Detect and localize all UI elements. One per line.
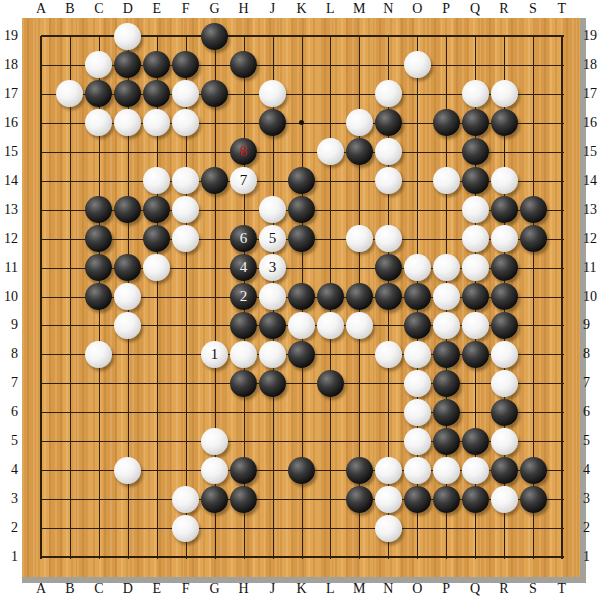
stone-P11	[433, 254, 460, 281]
stone-M10	[346, 283, 373, 310]
stone-O7	[404, 370, 431, 397]
row-label-19-left: 19	[0, 28, 18, 44]
stone-G3	[201, 486, 228, 513]
row-label-13-left: 13	[0, 202, 18, 218]
col-label-D-bottom: D	[118, 581, 138, 597]
grid-line-vertical	[70, 36, 71, 559]
col-label-D-top: D	[118, 1, 138, 17]
stone-F2	[172, 515, 199, 542]
stone-O9	[404, 312, 431, 339]
stone-K4	[288, 457, 315, 484]
stone-P8	[433, 341, 460, 368]
col-label-B-top: B	[60, 1, 80, 17]
stone-D4	[114, 457, 141, 484]
col-label-Q-bottom: Q	[465, 581, 485, 597]
stone-P9	[433, 312, 460, 339]
stone-Q9	[462, 312, 489, 339]
stone-Q8	[462, 341, 489, 368]
col-label-H-bottom: H	[234, 581, 254, 597]
stone-Q3	[462, 486, 489, 513]
stone-N3	[375, 486, 402, 513]
stone-K12	[288, 225, 315, 252]
row-label-3-right: 3	[583, 491, 601, 507]
stone-O18	[404, 51, 431, 78]
stone-J7	[259, 370, 286, 397]
stone-D13	[114, 196, 141, 223]
stone-D10	[114, 283, 141, 310]
row-label-10-left: 10	[0, 289, 18, 305]
col-label-M-bottom: M	[349, 581, 369, 597]
stone-E17	[143, 80, 170, 107]
stone-K10	[288, 283, 315, 310]
row-label-7-right: 7	[583, 375, 601, 391]
stone-S4	[520, 457, 547, 484]
stone-J17	[259, 80, 286, 107]
move-number-4: 4	[240, 260, 248, 275]
col-label-B-bottom: B	[60, 581, 80, 597]
col-label-G-top: G	[205, 1, 225, 17]
stone-O4	[404, 457, 431, 484]
row-label-1-right: 1	[583, 549, 601, 565]
row-label-12-left: 12	[0, 231, 18, 247]
col-label-F-bottom: F	[176, 581, 196, 597]
stone-N11	[375, 254, 402, 281]
col-label-J-top: J	[263, 1, 283, 17]
grid-line-vertical	[40, 36, 42, 559]
col-label-A-bottom: A	[31, 581, 51, 597]
stone-M9	[346, 312, 373, 339]
stone-N17	[375, 80, 402, 107]
col-label-H-top: H	[234, 1, 254, 17]
move-number-5: 5	[269, 231, 277, 246]
row-label-5-left: 5	[0, 433, 18, 449]
stone-C17	[85, 80, 112, 107]
stone-R17	[491, 80, 518, 107]
row-label-11-right: 11	[583, 260, 601, 276]
stone-Q17	[462, 80, 489, 107]
row-label-3-left: 3	[0, 491, 18, 507]
stone-C18	[85, 51, 112, 78]
col-label-E-bottom: E	[147, 581, 167, 597]
stone-M4	[346, 457, 373, 484]
stone-E13	[143, 196, 170, 223]
stone-M15	[346, 138, 373, 165]
stone-R12	[491, 225, 518, 252]
col-label-Q-top: Q	[465, 1, 485, 17]
stone-C13	[85, 196, 112, 223]
stone-R3	[491, 486, 518, 513]
stone-C10	[85, 283, 112, 310]
stone-G5	[201, 428, 228, 455]
row-label-9-left: 9	[0, 317, 18, 333]
stone-D16	[114, 109, 141, 136]
stone-N14	[375, 167, 402, 194]
stone-D11	[114, 254, 141, 281]
stone-N16	[375, 109, 402, 136]
stone-H3	[230, 486, 257, 513]
row-label-19-right: 19	[583, 28, 601, 44]
stone-J13	[259, 196, 286, 223]
row-label-6-left: 6	[0, 404, 18, 420]
col-label-R-top: R	[494, 1, 514, 17]
stone-M3	[346, 486, 373, 513]
stone-S12	[520, 225, 547, 252]
stone-H8	[230, 341, 257, 368]
stone-S13	[520, 196, 547, 223]
stone-M16	[346, 109, 373, 136]
move-number-7: 7	[240, 173, 248, 188]
col-label-O-top: O	[407, 1, 427, 17]
stone-P4	[433, 457, 460, 484]
col-label-K-top: K	[292, 1, 312, 17]
row-label-9-right: 9	[583, 317, 601, 333]
stone-R14	[491, 167, 518, 194]
stone-N4	[375, 457, 402, 484]
col-label-L-top: L	[320, 1, 340, 17]
stone-R11	[491, 254, 518, 281]
stone-F17	[172, 80, 199, 107]
move-number-1: 1	[211, 347, 219, 362]
grid-line-vertical	[561, 36, 563, 559]
stone-C11	[85, 254, 112, 281]
move-number-3: 3	[269, 260, 277, 275]
move-number-6: 6	[240, 231, 248, 246]
stone-N12	[375, 225, 402, 252]
row-label-15-left: 15	[0, 144, 18, 160]
stone-J10	[259, 283, 286, 310]
col-label-F-top: F	[176, 1, 196, 17]
stone-Q11	[462, 254, 489, 281]
go-game-diagram: 87654321 AABBCCDDEEFFGGHHJJKKLLMMNNOOPPQ…	[0, 0, 601, 599]
stone-H12: 6	[230, 225, 257, 252]
col-label-R-bottom: R	[494, 581, 514, 597]
row-label-18-left: 18	[0, 57, 18, 73]
stone-G4	[201, 457, 228, 484]
stone-H11: 4	[230, 254, 257, 281]
stone-O10	[404, 283, 431, 310]
col-label-N-top: N	[378, 1, 398, 17]
stone-Q15	[462, 138, 489, 165]
stone-D17	[114, 80, 141, 107]
col-label-G-bottom: G	[205, 581, 225, 597]
row-label-4-right: 4	[583, 462, 601, 478]
stone-K8	[288, 341, 315, 368]
stone-L9	[317, 312, 344, 339]
stone-L10	[317, 283, 344, 310]
stone-O3	[404, 486, 431, 513]
stone-J11: 3	[259, 254, 286, 281]
stone-B17	[56, 80, 83, 107]
stone-R6	[491, 399, 518, 426]
stone-Q10	[462, 283, 489, 310]
col-label-E-top: E	[147, 1, 167, 17]
col-label-C-top: C	[89, 1, 109, 17]
stone-R7	[491, 370, 518, 397]
stone-P7	[433, 370, 460, 397]
stone-H18	[230, 51, 257, 78]
stone-R16	[491, 109, 518, 136]
col-label-P-bottom: P	[436, 581, 456, 597]
row-label-5-right: 5	[583, 433, 601, 449]
row-label-2-left: 2	[0, 520, 18, 536]
stone-P10	[433, 283, 460, 310]
row-label-14-right: 14	[583, 173, 601, 189]
stone-O8	[404, 341, 431, 368]
stone-K14	[288, 167, 315, 194]
stone-R13	[491, 196, 518, 223]
stone-O5	[404, 428, 431, 455]
row-label-16-left: 16	[0, 115, 18, 131]
row-label-13-right: 13	[583, 202, 601, 218]
row-label-10-right: 10	[583, 289, 601, 305]
col-label-A-top: A	[31, 1, 51, 17]
col-label-O-bottom: O	[407, 581, 427, 597]
stone-G14	[201, 167, 228, 194]
stone-C8	[85, 341, 112, 368]
col-label-J-bottom: J	[263, 581, 283, 597]
stone-K13	[288, 196, 315, 223]
stone-O6	[404, 399, 431, 426]
stone-N2	[375, 515, 402, 542]
row-label-17-left: 17	[0, 86, 18, 102]
stone-G17	[201, 80, 228, 107]
row-label-17-right: 17	[583, 86, 601, 102]
stone-Q5	[462, 428, 489, 455]
row-label-8-right: 8	[583, 346, 601, 362]
stone-R8	[491, 341, 518, 368]
stone-G8: 1	[201, 341, 228, 368]
stone-D9	[114, 312, 141, 339]
col-label-S-bottom: S	[523, 581, 543, 597]
stone-E16	[143, 109, 170, 136]
stone-H9	[230, 312, 257, 339]
col-label-T-top: T	[552, 1, 572, 17]
row-label-15-right: 15	[583, 144, 601, 160]
stone-R9	[491, 312, 518, 339]
row-label-7-left: 7	[0, 375, 18, 391]
stone-Q12	[462, 225, 489, 252]
stone-K9	[288, 312, 315, 339]
stone-E11	[143, 254, 170, 281]
stone-F13	[172, 196, 199, 223]
row-label-12-right: 12	[583, 231, 601, 247]
stone-H7	[230, 370, 257, 397]
stone-R10	[491, 283, 518, 310]
col-label-M-top: M	[349, 1, 369, 17]
stone-S3	[520, 486, 547, 513]
stone-P14	[433, 167, 460, 194]
stone-P6	[433, 399, 460, 426]
stone-Q16	[462, 109, 489, 136]
stone-P5	[433, 428, 460, 455]
stone-P3	[433, 486, 460, 513]
col-label-L-bottom: L	[320, 581, 340, 597]
stone-F12	[172, 225, 199, 252]
stone-D18	[114, 51, 141, 78]
row-label-4-left: 4	[0, 462, 18, 478]
stone-C16	[85, 109, 112, 136]
stone-L15	[317, 138, 344, 165]
stone-J12: 5	[259, 225, 286, 252]
row-label-6-right: 6	[583, 404, 601, 420]
move-number-8: 8	[240, 144, 248, 159]
row-label-1-left: 1	[0, 549, 18, 565]
stone-H15: 8	[230, 138, 257, 165]
stone-J8	[259, 341, 286, 368]
stone-Q14	[462, 167, 489, 194]
stone-D19	[114, 23, 141, 50]
stone-G19	[201, 23, 228, 50]
col-label-K-bottom: K	[292, 581, 312, 597]
stone-E18	[143, 51, 170, 78]
row-label-2-right: 2	[583, 520, 601, 536]
stone-L7	[317, 370, 344, 397]
star-point-K16	[299, 120, 304, 125]
stone-N10	[375, 283, 402, 310]
stone-F3	[172, 486, 199, 513]
stone-P16	[433, 109, 460, 136]
col-label-C-bottom: C	[89, 581, 109, 597]
col-label-N-bottom: N	[378, 581, 398, 597]
stone-N8	[375, 341, 402, 368]
stone-R4	[491, 457, 518, 484]
stone-F14	[172, 167, 199, 194]
stone-J16	[259, 109, 286, 136]
row-label-8-left: 8	[0, 346, 18, 362]
stone-Q4	[462, 457, 489, 484]
col-label-S-top: S	[523, 1, 543, 17]
stone-R5	[491, 428, 518, 455]
col-label-T-bottom: T	[552, 581, 572, 597]
stone-M12	[346, 225, 373, 252]
row-label-18-right: 18	[583, 57, 601, 73]
row-label-11-left: 11	[0, 260, 18, 276]
stone-N15	[375, 138, 402, 165]
stone-H10: 2	[230, 283, 257, 310]
move-number-2: 2	[240, 289, 248, 304]
row-label-16-right: 16	[583, 115, 601, 131]
stone-F18	[172, 51, 199, 78]
stone-E14	[143, 167, 170, 194]
stone-C12	[85, 225, 112, 252]
col-label-P-top: P	[436, 1, 456, 17]
row-label-14-left: 14	[0, 173, 18, 189]
stone-E12	[143, 225, 170, 252]
stone-J9	[259, 312, 286, 339]
stone-O11	[404, 254, 431, 281]
stone-F16	[172, 109, 199, 136]
go-board[interactable]: 87654321	[22, 18, 586, 583]
stone-H4	[230, 457, 257, 484]
stone-H14: 7	[230, 167, 257, 194]
stone-Q13	[462, 196, 489, 223]
